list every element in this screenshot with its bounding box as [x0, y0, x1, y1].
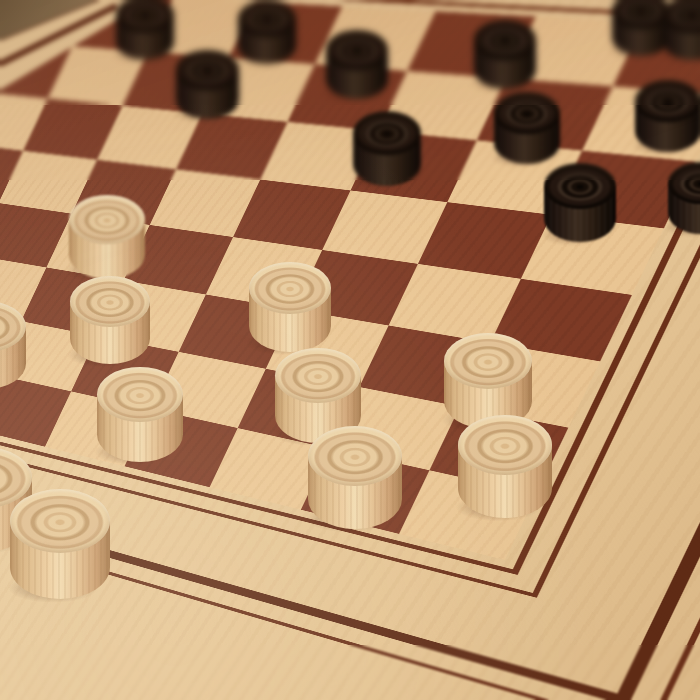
piece-top-face — [474, 20, 536, 60]
dark-checker[interactable] — [176, 50, 239, 119]
piece-top-face — [97, 367, 183, 422]
pieces-layer — [0, 0, 700, 700]
light-checker[interactable] — [0, 301, 26, 389]
piece-top-face — [353, 111, 421, 155]
piece-top-face — [308, 426, 402, 486]
dark-checker[interactable] — [238, 0, 296, 64]
light-checker[interactable] — [97, 367, 183, 462]
light-checker[interactable] — [70, 276, 150, 364]
piece-top-face — [116, 0, 174, 33]
piece-top-face — [70, 276, 150, 327]
light-checker[interactable] — [249, 262, 331, 352]
dark-checker[interactable] — [635, 80, 700, 152]
dark-checker[interactable] — [116, 0, 174, 60]
piece-top-face — [444, 333, 532, 389]
piece-top-face — [69, 195, 145, 244]
piece-top-face — [635, 80, 700, 122]
light-checker[interactable] — [308, 426, 402, 529]
dark-checker[interactable] — [326, 30, 388, 99]
piece-top-face — [238, 0, 296, 37]
light-checker[interactable] — [10, 489, 110, 599]
piece-top-face — [249, 262, 331, 314]
checkers-photo-scene — [0, 0, 700, 700]
piece-top-face — [544, 163, 616, 209]
light-checker[interactable] — [458, 415, 552, 518]
piece-top-face — [494, 92, 560, 134]
piece-top-face — [458, 415, 552, 475]
piece-top-face — [176, 50, 239, 90]
piece-top-face — [275, 348, 361, 403]
light-checker[interactable] — [69, 195, 145, 279]
dark-checker[interactable] — [474, 20, 536, 89]
dark-checker[interactable] — [544, 163, 616, 242]
piece-top-face — [326, 30, 388, 70]
piece-top-face — [10, 489, 110, 553]
dark-checker[interactable] — [668, 162, 700, 234]
dark-checker[interactable] — [353, 111, 421, 186]
dark-checker[interactable] — [494, 92, 560, 164]
dark-checker[interactable] — [663, 0, 700, 60]
